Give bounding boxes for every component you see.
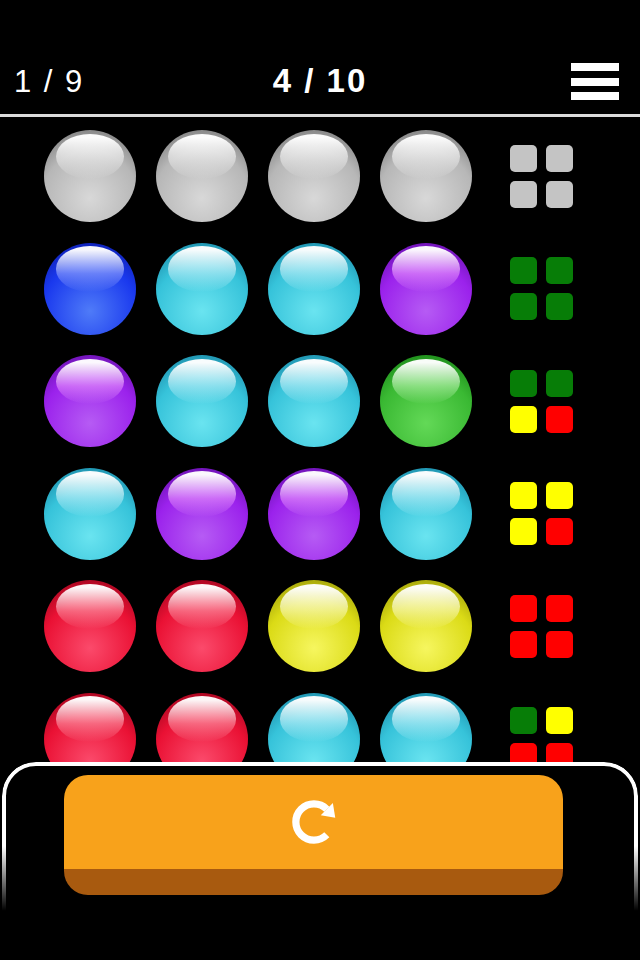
ball-silver[interactable] <box>156 130 248 222</box>
ball-green[interactable] <box>380 355 472 447</box>
feedback-pegs <box>510 257 573 320</box>
feedback-peg-red <box>546 406 573 433</box>
feedback-pegs <box>510 595 573 658</box>
game-board <box>0 120 640 795</box>
feedback-peg-green <box>510 293 537 320</box>
feedback-peg-gray <box>546 181 573 208</box>
guess-balls <box>44 468 472 560</box>
feedback-peg-red <box>510 631 537 658</box>
guess-row <box>0 458 640 571</box>
feedback-peg-green <box>510 370 537 397</box>
feedback-peg-gray <box>510 181 537 208</box>
feedback-peg-green <box>546 370 573 397</box>
feedback-peg-green <box>546 257 573 284</box>
clockwise-refresh-arrow-icon <box>285 793 343 851</box>
feedback-peg-red <box>546 631 573 658</box>
feedback-peg-red <box>546 595 573 622</box>
feedback-peg-green <box>546 293 573 320</box>
ball-cyan[interactable] <box>44 468 136 560</box>
ball-cyan[interactable] <box>380 468 472 560</box>
guess-balls <box>44 243 472 335</box>
feedback-peg-red <box>546 518 573 545</box>
feedback-peg-yellow <box>510 518 537 545</box>
hamburger-menu-icon <box>571 63 619 71</box>
attempt-counter: 4 / 10 <box>0 62 640 100</box>
ball-blue[interactable] <box>44 243 136 335</box>
ball-cyan[interactable] <box>156 355 248 447</box>
feedback-pegs <box>510 370 573 433</box>
feedback-peg-green <box>510 707 537 734</box>
ball-purple[interactable] <box>44 355 136 447</box>
ball-silver[interactable] <box>380 130 472 222</box>
ball-purple[interactable] <box>156 468 248 560</box>
ball-silver[interactable] <box>268 130 360 222</box>
feedback-peg-green <box>510 257 537 284</box>
ball-yellow[interactable] <box>380 580 472 672</box>
guess-row <box>0 120 640 233</box>
feedback-peg-gray <box>546 145 573 172</box>
ball-yellow[interactable] <box>268 580 360 672</box>
feedback-pegs <box>510 707 573 770</box>
ball-cyan[interactable] <box>268 243 360 335</box>
menu-button[interactable] <box>571 63 619 100</box>
header-divider <box>0 114 640 117</box>
guess-row <box>0 233 640 346</box>
ball-cyan[interactable] <box>268 355 360 447</box>
feedback-peg-yellow <box>546 707 573 734</box>
guess-balls <box>44 355 472 447</box>
feedback-peg-yellow <box>510 482 537 509</box>
refresh-button[interactable] <box>64 775 563 895</box>
bottom-panel <box>2 762 638 960</box>
ball-silver[interactable] <box>44 130 136 222</box>
guess-balls <box>44 580 472 672</box>
feedback-pegs <box>510 145 573 208</box>
feedback-peg-yellow <box>510 406 537 433</box>
feedback-pegs <box>510 482 573 545</box>
ball-red[interactable] <box>44 580 136 672</box>
guess-row <box>0 345 640 458</box>
ball-purple[interactable] <box>268 468 360 560</box>
feedback-peg-yellow <box>546 482 573 509</box>
guess-balls <box>44 130 472 222</box>
ball-red[interactable] <box>156 580 248 672</box>
feedback-peg-gray <box>510 145 537 172</box>
ball-cyan[interactable] <box>156 243 248 335</box>
header-bar: 1 / 9 4 / 10 <box>0 0 640 114</box>
feedback-peg-red <box>510 595 537 622</box>
guess-row <box>0 570 640 683</box>
ball-purple[interactable] <box>380 243 472 335</box>
